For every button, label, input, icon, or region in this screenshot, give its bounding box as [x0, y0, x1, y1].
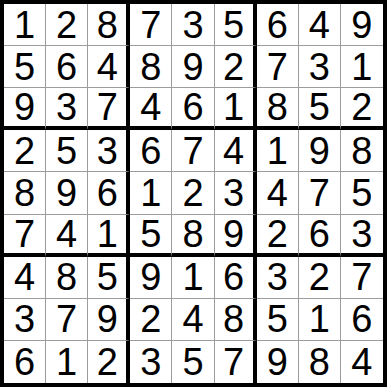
cell-r9c6[interactable]: 7: [215, 341, 257, 383]
cell-r6c8[interactable]: 6: [299, 215, 341, 257]
cell-r9c2[interactable]: 1: [46, 341, 88, 383]
cell-r8c1[interactable]: 3: [4, 299, 46, 341]
cell-r8c2[interactable]: 7: [46, 299, 88, 341]
cell-r4c3[interactable]: 3: [88, 130, 130, 172]
cell-r7c2[interactable]: 8: [46, 257, 88, 299]
cell-r8c6[interactable]: 8: [215, 299, 257, 341]
cell-r8c8[interactable]: 1: [299, 299, 341, 341]
cell-r6c3[interactable]: 1: [88, 215, 130, 257]
cell-r1c9[interactable]: 9: [341, 4, 383, 46]
cell-r4c8[interactable]: 9: [299, 130, 341, 172]
cell-r7c6[interactable]: 6: [215, 257, 257, 299]
cell-r3c8[interactable]: 5: [299, 88, 341, 130]
sudoku-board: 1287356495648927319374618522536741988961…: [0, 0, 387, 387]
cell-r9c5[interactable]: 5: [172, 341, 214, 383]
cell-r1c6[interactable]: 5: [215, 4, 257, 46]
cell-r3c3[interactable]: 7: [88, 88, 130, 130]
cell-r2c7[interactable]: 7: [257, 46, 299, 88]
cell-r3c9[interactable]: 2: [341, 88, 383, 130]
cell-r7c9[interactable]: 7: [341, 257, 383, 299]
cell-r2c3[interactable]: 4: [88, 46, 130, 88]
cell-r5c2[interactable]: 9: [46, 172, 88, 214]
cell-r4c9[interactable]: 8: [341, 130, 383, 172]
cell-r8c3[interactable]: 9: [88, 299, 130, 341]
cell-r9c4[interactable]: 3: [130, 341, 172, 383]
cell-r9c3[interactable]: 2: [88, 341, 130, 383]
cell-r1c7[interactable]: 6: [257, 4, 299, 46]
cell-r4c4[interactable]: 6: [130, 130, 172, 172]
cell-r5c5[interactable]: 2: [172, 172, 214, 214]
cell-r5c6[interactable]: 3: [215, 172, 257, 214]
cell-r9c8[interactable]: 8: [299, 341, 341, 383]
cell-r2c5[interactable]: 9: [172, 46, 214, 88]
cell-r5c4[interactable]: 1: [130, 172, 172, 214]
cell-r7c7[interactable]: 3: [257, 257, 299, 299]
cell-r5c8[interactable]: 7: [299, 172, 341, 214]
cell-r8c4[interactable]: 2: [130, 299, 172, 341]
cell-r7c8[interactable]: 2: [299, 257, 341, 299]
cell-r1c2[interactable]: 2: [46, 4, 88, 46]
cell-r2c4[interactable]: 8: [130, 46, 172, 88]
cell-r7c4[interactable]: 9: [130, 257, 172, 299]
cell-r2c9[interactable]: 1: [341, 46, 383, 88]
cell-r4c6[interactable]: 4: [215, 130, 257, 172]
cell-r6c9[interactable]: 3: [341, 215, 383, 257]
cell-r5c1[interactable]: 8: [4, 172, 46, 214]
cell-r5c3[interactable]: 6: [88, 172, 130, 214]
cell-r3c5[interactable]: 6: [172, 88, 214, 130]
cell-r1c4[interactable]: 7: [130, 4, 172, 46]
cell-r6c7[interactable]: 2: [257, 215, 299, 257]
cell-r4c2[interactable]: 5: [46, 130, 88, 172]
cell-r1c5[interactable]: 3: [172, 4, 214, 46]
cell-r3c2[interactable]: 3: [46, 88, 88, 130]
cell-r4c1[interactable]: 2: [4, 130, 46, 172]
cell-r6c6[interactable]: 9: [215, 215, 257, 257]
cell-r3c4[interactable]: 4: [130, 88, 172, 130]
cell-r1c3[interactable]: 8: [88, 4, 130, 46]
cell-r5c7[interactable]: 4: [257, 172, 299, 214]
cell-r2c1[interactable]: 5: [4, 46, 46, 88]
cell-r5c9[interactable]: 5: [341, 172, 383, 214]
cell-r7c1[interactable]: 4: [4, 257, 46, 299]
cell-r1c8[interactable]: 4: [299, 4, 341, 46]
cell-r7c5[interactable]: 1: [172, 257, 214, 299]
cell-r3c1[interactable]: 9: [4, 88, 46, 130]
cell-r3c6[interactable]: 1: [215, 88, 257, 130]
cell-r2c8[interactable]: 3: [299, 46, 341, 88]
cell-r2c6[interactable]: 2: [215, 46, 257, 88]
cell-r4c7[interactable]: 1: [257, 130, 299, 172]
cell-r8c9[interactable]: 6: [341, 299, 383, 341]
cell-r9c7[interactable]: 9: [257, 341, 299, 383]
cell-r1c1[interactable]: 1: [4, 4, 46, 46]
cell-r4c5[interactable]: 7: [172, 130, 214, 172]
cell-r6c1[interactable]: 7: [4, 215, 46, 257]
cell-r2c2[interactable]: 6: [46, 46, 88, 88]
cell-r8c7[interactable]: 5: [257, 299, 299, 341]
cell-r6c5[interactable]: 8: [172, 215, 214, 257]
cell-r3c7[interactable]: 8: [257, 88, 299, 130]
cell-r9c9[interactable]: 4: [341, 341, 383, 383]
cell-r8c5[interactable]: 4: [172, 299, 214, 341]
cell-r9c1[interactable]: 6: [4, 341, 46, 383]
cell-r7c3[interactable]: 5: [88, 257, 130, 299]
cell-r6c2[interactable]: 4: [46, 215, 88, 257]
cell-r6c4[interactable]: 5: [130, 215, 172, 257]
